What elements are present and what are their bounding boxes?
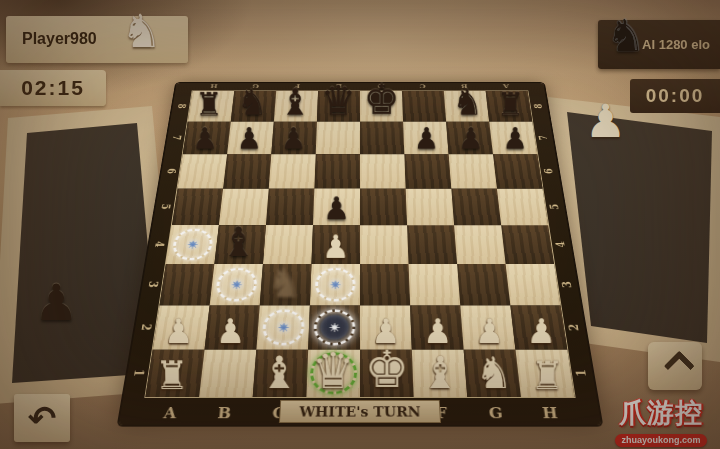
square-d4[interactable]: ♟ bbox=[311, 225, 360, 264]
square-g5[interactable] bbox=[451, 189, 501, 226]
mandala-star-icon: ✳ bbox=[329, 279, 341, 291]
square-a4[interactable]: ✳ bbox=[166, 225, 219, 264]
square-b1[interactable] bbox=[199, 350, 256, 397]
white-player-name: Player980 bbox=[22, 30, 97, 48]
square-g1[interactable]: ♞ bbox=[464, 350, 521, 397]
square-e3[interactable] bbox=[360, 264, 410, 305]
piece-white-pawn-h2[interactable]: ♟ bbox=[527, 314, 557, 348]
square-e8[interactable]: ♚ bbox=[360, 91, 403, 122]
piece-black-pawn-c7[interactable]: ♟ bbox=[281, 124, 306, 153]
piece-white-rook-h1[interactable]: ♜ bbox=[531, 356, 565, 395]
square-c3[interactable]: ♞ bbox=[260, 264, 312, 305]
square-e6[interactable] bbox=[360, 154, 406, 188]
square-a6[interactable] bbox=[177, 154, 227, 188]
watermark: 爪游控 zhuayoukong.com bbox=[605, 399, 717, 447]
square-g7[interactable]: ♟ bbox=[446, 122, 493, 155]
square-a2[interactable]: ♟ bbox=[153, 305, 210, 349]
mandala-star-icon: ✳ bbox=[186, 239, 199, 250]
square-d7[interactable] bbox=[316, 122, 360, 155]
file-label-A: A bbox=[142, 404, 199, 422]
square-a8[interactable]: ♜ bbox=[188, 91, 235, 122]
square-f3[interactable] bbox=[409, 264, 461, 305]
square-e4[interactable] bbox=[360, 225, 409, 264]
square-h7[interactable]: ♟ bbox=[489, 122, 537, 155]
square-a7[interactable]: ♟ bbox=[183, 122, 231, 155]
piece-white-pawn-f2[interactable]: ♟ bbox=[423, 314, 452, 348]
piece-white-pawn-b2[interactable]: ♟ bbox=[216, 314, 246, 348]
black-player-name: AI 1280 elo bbox=[642, 37, 710, 52]
square-f6[interactable] bbox=[404, 154, 451, 188]
square-f1[interactable]: ♝ bbox=[412, 350, 467, 397]
legal-move-indicator-a4[interactable]: ✳ bbox=[171, 229, 214, 261]
square-g2[interactable]: ♟ bbox=[460, 305, 515, 349]
piece-black-rook-h8[interactable]: ♜ bbox=[497, 88, 525, 120]
piece-black-rook-a8[interactable]: ♜ bbox=[195, 88, 223, 120]
square-h3[interactable] bbox=[506, 264, 561, 305]
square-c5[interactable] bbox=[266, 189, 314, 226]
piece-white-pawn-g2[interactable]: ♟ bbox=[475, 314, 505, 348]
square-e1[interactable]: ♚ bbox=[360, 350, 414, 397]
captured-black-pawn: ♟ bbox=[34, 278, 79, 328]
square-d6[interactable] bbox=[314, 154, 360, 188]
piece-black-knight-g8[interactable]: ♞ bbox=[453, 85, 483, 120]
square-b8[interactable]: ♞ bbox=[231, 91, 276, 122]
white-knight-icon: ♞ bbox=[121, 8, 162, 54]
chevron-up-icon bbox=[664, 350, 695, 381]
file-label-H: H bbox=[522, 404, 579, 422]
square-g4[interactable] bbox=[454, 225, 506, 264]
square-b2[interactable]: ♟ bbox=[205, 305, 260, 349]
white-clock: 02:15 bbox=[0, 70, 106, 106]
watermark-logo: 爪游控 bbox=[605, 399, 717, 429]
piece-black-pawn-b7[interactable]: ♟ bbox=[237, 124, 262, 153]
legal-move-indicator-d3[interactable]: ✳ bbox=[315, 268, 356, 302]
turn-banner: WHITE's TURN bbox=[279, 400, 441, 423]
watermark-url-badge: zhuayoukong.com bbox=[615, 434, 706, 447]
legal-move-indicator-b3[interactable]: ✳ bbox=[215, 268, 258, 302]
square-d8[interactable]: ♛ bbox=[317, 91, 360, 122]
piece-white-knight-c3[interactable]: ♞ bbox=[267, 263, 302, 304]
square-d5[interactable]: ♟ bbox=[313, 189, 360, 226]
square-f2[interactable]: ♟ bbox=[410, 305, 464, 349]
piece-black-bishop-c8[interactable]: ♝ bbox=[280, 84, 311, 120]
piece-white-queen-d1[interactable]: ♛ bbox=[312, 346, 355, 395]
legal-move-indicator-d2[interactable]: ✳ bbox=[313, 309, 355, 345]
square-f7[interactable]: ♟ bbox=[403, 122, 449, 155]
undo-button[interactable]: ↶ bbox=[14, 394, 70, 442]
square-a3[interactable] bbox=[159, 264, 214, 305]
square-c8[interactable]: ♝ bbox=[274, 91, 318, 122]
black-knight-icon: ♞ bbox=[606, 14, 645, 58]
square-h5[interactable] bbox=[497, 189, 548, 226]
square-h8[interactable]: ♜ bbox=[486, 91, 533, 122]
square-b7[interactable]: ♟ bbox=[227, 122, 274, 155]
captured-white-pawn: ♟ bbox=[585, 98, 626, 144]
file-label-G: G bbox=[468, 404, 524, 422]
square-a1[interactable]: ♜ bbox=[145, 350, 204, 397]
piece-black-queen-d8[interactable]: ♛ bbox=[321, 80, 355, 120]
square-g6[interactable] bbox=[449, 154, 497, 188]
mandala-star-icon: ✳ bbox=[230, 279, 243, 291]
piece-white-bishop-c1[interactable]: ♝ bbox=[260, 351, 299, 395]
square-h4[interactable] bbox=[501, 225, 554, 264]
square-c2[interactable]: ✳ bbox=[256, 305, 310, 349]
square-e7[interactable] bbox=[360, 122, 404, 155]
square-h6[interactable] bbox=[493, 154, 543, 188]
square-a5[interactable] bbox=[172, 189, 223, 226]
board-grid: ♜♞♝♛♚♞♜♟♟♟♟♟♟♟✳♝♟✳♞✳♟♟✳✳♟♟♟♟♜♝♛♚♝♞♜ bbox=[145, 91, 574, 397]
black-clock: 00:00 bbox=[630, 79, 720, 113]
square-c4[interactable] bbox=[263, 225, 313, 264]
square-h2[interactable]: ♟ bbox=[510, 305, 567, 349]
piece-white-rook-a1[interactable]: ♜ bbox=[155, 356, 189, 395]
square-b4[interactable]: ♝ bbox=[214, 225, 266, 264]
square-c1[interactable]: ♝ bbox=[253, 350, 308, 397]
square-d1[interactable]: ♛ bbox=[306, 350, 360, 397]
square-d3[interactable]: ✳ bbox=[310, 264, 360, 305]
square-c6[interactable] bbox=[269, 154, 316, 188]
mandala-star-icon: ✳ bbox=[277, 321, 290, 333]
chess-board: ♜♞♝♛♚♞♜♟♟♟♟♟♟♟✳♝♟✳♞✳♟♟✳✳♟♟♟♟♜♝♛♚♝♞♜ ABCD… bbox=[119, 83, 601, 425]
piece-white-pawn-d4[interactable]: ♟ bbox=[322, 231, 349, 263]
white-player-badge: Player980 ♞ bbox=[6, 16, 188, 63]
piece-black-king-e8[interactable]: ♚ bbox=[364, 78, 400, 120]
mandala-star-icon: ✳ bbox=[328, 321, 340, 333]
piece-black-knight-b8[interactable]: ♞ bbox=[237, 85, 267, 120]
expand-button[interactable] bbox=[648, 342, 702, 390]
piece-white-pawn-a2[interactable]: ♟ bbox=[164, 314, 194, 348]
square-f4[interactable] bbox=[407, 225, 457, 264]
square-b6[interactable] bbox=[223, 154, 271, 188]
black-player-badge: ♞ AI 1280 elo bbox=[598, 20, 720, 69]
square-f5[interactable] bbox=[406, 189, 454, 226]
piece-black-pawn-h7[interactable]: ♟ bbox=[502, 124, 527, 153]
piece-black-bishop-b4[interactable]: ♝ bbox=[221, 222, 256, 262]
piece-black-pawn-a7[interactable]: ♟ bbox=[192, 124, 217, 153]
piece-black-pawn-f7[interactable]: ♟ bbox=[414, 124, 439, 153]
square-h1[interactable]: ♜ bbox=[515, 350, 574, 397]
piece-black-pawn-g7[interactable]: ♟ bbox=[458, 124, 483, 153]
piece-white-bishop-f1[interactable]: ♝ bbox=[421, 351, 460, 395]
piece-white-king-e1[interactable]: ♚ bbox=[365, 344, 410, 396]
piece-white-knight-g1[interactable]: ♞ bbox=[475, 352, 513, 395]
square-c7[interactable]: ♟ bbox=[271, 122, 317, 155]
square-g8[interactable]: ♞ bbox=[444, 91, 489, 122]
square-b3[interactable]: ✳ bbox=[210, 264, 263, 305]
file-label-top-C: C bbox=[402, 83, 444, 89]
square-g3[interactable] bbox=[457, 264, 510, 305]
file-label-B: B bbox=[196, 404, 252, 422]
square-f8[interactable] bbox=[402, 91, 446, 122]
piece-black-pawn-d5[interactable]: ♟ bbox=[323, 193, 350, 224]
undo-icon: ↶ bbox=[28, 401, 57, 435]
square-e5[interactable] bbox=[360, 189, 407, 226]
legal-move-indicator-c2[interactable]: ✳ bbox=[261, 309, 305, 345]
